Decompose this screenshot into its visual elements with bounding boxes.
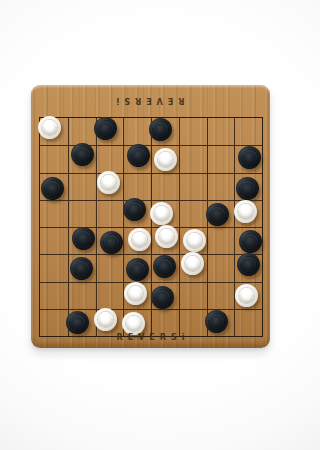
cell-g2[interactable] [207,145,235,172]
cell-b4[interactable] [68,200,96,227]
cell-f3[interactable] [179,173,207,200]
white-disc-h4[interactable] [234,200,257,223]
cell-h8[interactable] [234,309,262,336]
cell-f2[interactable] [179,145,207,172]
black-disc-h2[interactable] [238,146,261,169]
black-disc-h6[interactable] [237,253,260,276]
cell-d1[interactable] [123,118,151,145]
white-disc-d8[interactable] [122,312,145,335]
black-disc-d6[interactable] [126,258,149,281]
reversi-board: REVERSi REVERSi [31,85,270,348]
black-disc-g8[interactable] [205,310,228,333]
cell-c6[interactable] [96,254,124,281]
cell-g1[interactable] [207,118,235,145]
cell-f4[interactable] [179,200,207,227]
cell-b1[interactable] [68,118,96,145]
black-disc-d4[interactable] [123,198,146,221]
cell-d3[interactable] [123,173,151,200]
cell-b7[interactable] [68,282,96,309]
black-disc-a3[interactable] [41,177,64,200]
cell-g3[interactable] [207,173,235,200]
cell-g7[interactable] [207,282,235,309]
cell-h1[interactable] [234,118,262,145]
black-disc-c1[interactable] [94,117,117,140]
cell-a4[interactable] [40,200,68,227]
cell-g6[interactable] [207,254,235,281]
cell-a6[interactable] [40,254,68,281]
cell-a2[interactable] [40,145,68,172]
black-disc-d2[interactable] [127,144,150,167]
white-disc-c3[interactable] [97,171,120,194]
cell-g5[interactable] [207,227,235,254]
cell-a7[interactable] [40,282,68,309]
cell-e3[interactable] [151,173,179,200]
black-disc-e7[interactable] [151,286,174,309]
cell-f1[interactable] [179,118,207,145]
board-title-top: REVERSi [31,96,270,105]
cell-c7[interactable] [96,282,124,309]
product-photo-background: REVERSi REVERSi [0,0,300,450]
white-disc-c8[interactable] [94,308,117,331]
cell-a5[interactable] [40,227,68,254]
black-disc-c5[interactable] [100,231,123,254]
cell-f8[interactable] [179,309,207,336]
black-disc-h5[interactable] [239,230,262,253]
board-title-bottom: REVERSi [31,333,270,342]
cell-c2[interactable] [96,145,124,172]
black-disc-h3[interactable] [236,177,259,200]
cell-c4[interactable] [96,200,124,227]
black-disc-g4[interactable] [206,203,229,226]
cell-f7[interactable] [179,282,207,309]
cell-a8[interactable] [40,309,68,336]
white-disc-h7[interactable] [235,284,258,307]
black-disc-b8[interactable] [66,311,89,334]
white-disc-d7[interactable] [124,282,147,305]
white-disc-d5[interactable] [128,228,151,251]
cell-b3[interactable] [68,173,96,200]
cell-e8[interactable] [151,309,179,336]
